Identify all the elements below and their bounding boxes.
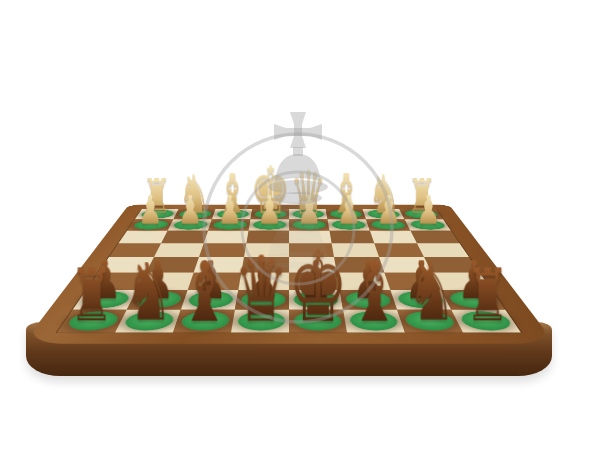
square-c8: ♝	[343, 310, 405, 333]
piece-white-pawn: ♟	[336, 195, 361, 227]
chess-board: ♜♞♝♚♛♝♞♜♟♟♟♟♟♟♟♟♟♟♟♟♟♟♟♟♜♞♝♛♚♝♞♜	[23, 205, 555, 344]
piece-black-knight: ♞	[406, 262, 455, 325]
piece-white-pawn: ♟	[416, 195, 441, 227]
piece-black-bishop: ♝	[179, 260, 230, 325]
square-g3	[161, 231, 208, 243]
piece-black-rook: ♜	[69, 267, 113, 324]
square-b2: ♟	[366, 219, 410, 230]
piece-white-pawn: ♟	[376, 195, 401, 227]
board-squares: ♜♞♝♚♛♝♞♜♟♟♟♟♟♟♟♟♟♟♟♟♟♟♟♟♜♞♝♛♚♝♞♜	[57, 209, 521, 332]
piece-white-pawn: ♟	[177, 195, 202, 227]
square-f8: ♝	[173, 310, 235, 333]
piece-white-pawn: ♟	[138, 195, 163, 227]
piece-white-pawn: ♟	[257, 195, 282, 227]
piece-white-pawn: ♟	[217, 195, 242, 227]
piece-white-pawn: ♟	[296, 195, 321, 227]
square-f2: ♟	[208, 219, 250, 230]
square-h2: ♟	[127, 219, 173, 230]
square-e2: ♟	[249, 219, 289, 230]
square-a3	[410, 231, 459, 243]
piece-black-bishop: ♝	[349, 260, 400, 325]
square-b8: ♞	[397, 310, 463, 333]
square-d8: ♚	[289, 310, 347, 333]
square-g8: ♞	[115, 310, 181, 333]
square-b3	[370, 231, 417, 243]
piece-black-knight: ♞	[123, 262, 172, 325]
piece-black-king: ♚	[287, 249, 347, 326]
piece-black-rook: ♜	[465, 267, 509, 324]
square-h3	[119, 231, 168, 243]
square-a2: ♟	[405, 219, 451, 230]
board-perspective-wrapper: ♜♞♝♚♛♝♞♜♟♟♟♟♟♟♟♟♟♟♟♟♟♟♟♟♜♞♝♛♚♝♞♜	[89, 57, 489, 450]
square-e8: ♛	[231, 310, 289, 333]
square-a8: ♜	[451, 310, 521, 333]
product-photo-canvas: { "game": "chess", "scene": { "type": "p…	[0, 0, 600, 450]
square-g2: ♟	[168, 219, 212, 230]
piece-black-queen: ♛	[233, 254, 288, 325]
